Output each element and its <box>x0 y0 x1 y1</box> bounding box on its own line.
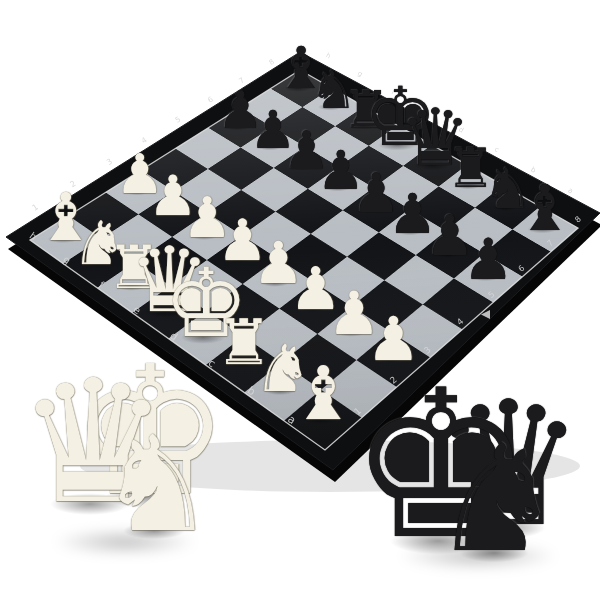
board-overlay: hh88gg77ff66ee55dd44cc33bb22aa11 <box>0 0 600 600</box>
rank-label-left-4: 4 <box>140 135 149 145</box>
file-label-far-e: e <box>423 106 431 115</box>
rank-label-left-5: 5 <box>173 114 182 124</box>
rank-label-left-2: 2 <box>68 179 77 189</box>
rank-label-left-1: 1 <box>31 202 40 212</box>
file-label-far-g: g <box>356 69 364 78</box>
file-label-far-f: f <box>390 88 397 96</box>
rank-label-left-7: 7 <box>237 75 246 85</box>
rank-label-left-6: 6 <box>206 94 215 104</box>
file-label-far-a: a <box>567 186 575 196</box>
rank-label-right-8: 8 <box>573 214 583 224</box>
file-label-far-h: h <box>324 51 332 60</box>
chess-set-product-photo: hh88gg77ff66ee55dd44cc33bb22aa11 ♝♞♜♛♚♜♞… <box>0 0 600 600</box>
board-sheen <box>30 70 578 450</box>
file-label-far-d: d <box>457 125 465 134</box>
rank-label-left-8: 8 <box>268 58 276 67</box>
rank-label-left-3: 3 <box>105 157 114 167</box>
file-label-far-b: b <box>529 165 538 175</box>
file-label-far-c: c <box>493 145 500 154</box>
